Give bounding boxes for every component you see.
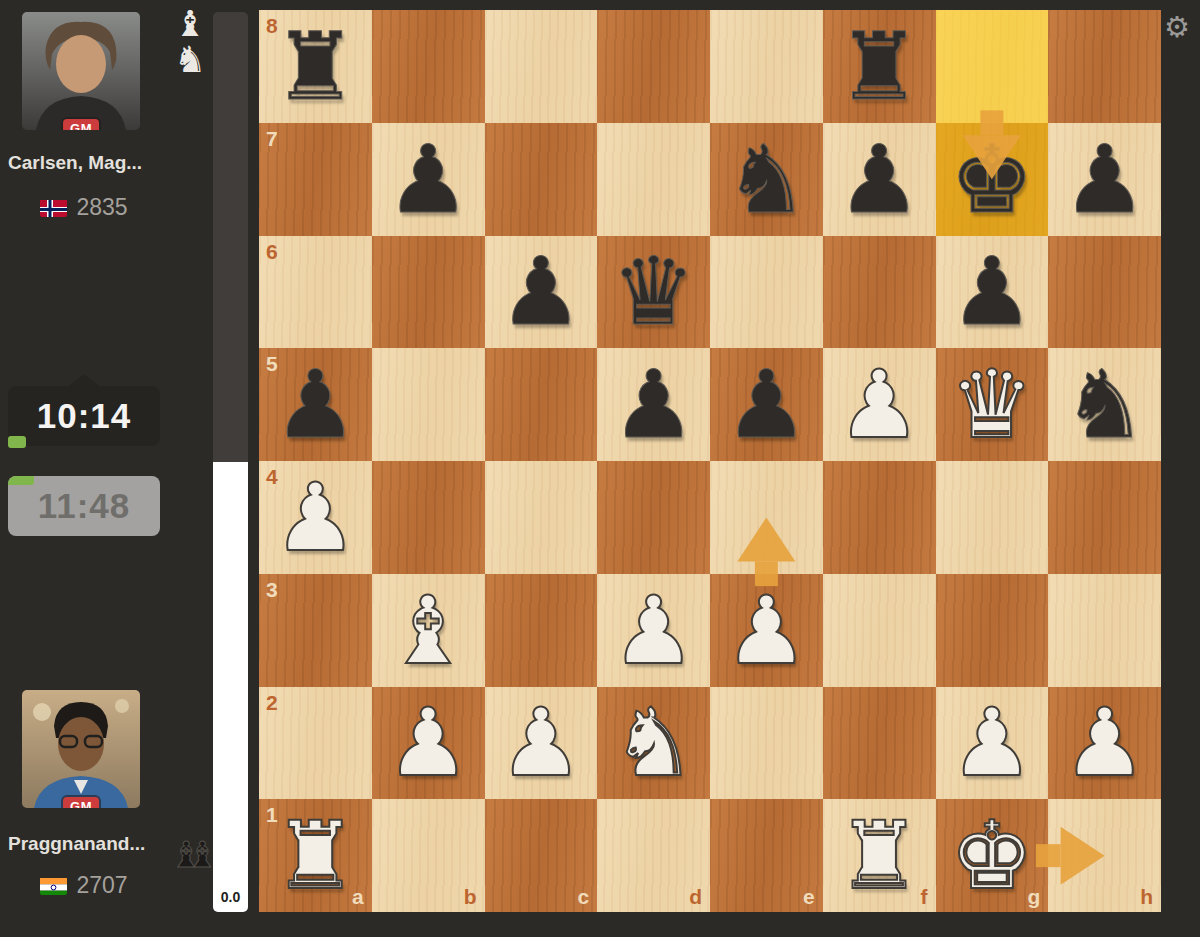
square-c3[interactable]: [485, 574, 598, 687]
square-e3[interactable]: ♟: [710, 574, 823, 687]
square-h4[interactable]: [1048, 461, 1161, 574]
chess-board: 8♜♜7♟♞♟♚♟6♟♛♟5♟♟♟♟♛♞4♟3♝♟♟2♟♟♞♟♟1a♜bcdef…: [259, 10, 1161, 912]
square-g7[interactable]: ♚: [936, 123, 1049, 236]
square-g8[interactable]: [936, 10, 1049, 123]
file-label-f: f: [921, 885, 928, 909]
square-g5[interactable]: ♛: [936, 348, 1049, 461]
square-c8[interactable]: [485, 10, 598, 123]
black-pawn-e5[interactable]: ♟: [710, 348, 823, 461]
square-c6[interactable]: ♟: [485, 236, 598, 349]
captured-pieces-top: ♝♞: [174, 6, 206, 78]
avatar-bottom-player[interactable]: GM: [22, 690, 140, 808]
captured-white-knight-icon: ♞: [174, 42, 206, 78]
square-f2[interactable]: [823, 687, 936, 800]
captured-white-bishop-icon: ♝: [174, 6, 206, 42]
square-g2[interactable]: ♟: [936, 687, 1049, 800]
white-pawn-f5[interactable]: ♟: [823, 348, 936, 461]
white-knight-d2[interactable]: ♞: [597, 687, 710, 800]
square-b8[interactable]: [372, 10, 485, 123]
square-e1[interactable]: e: [710, 799, 823, 912]
gm-badge-bottom: GM: [63, 797, 99, 808]
rank-label-6: 6: [266, 240, 278, 264]
india-flag-icon: [40, 876, 67, 895]
square-c4[interactable]: [485, 461, 598, 574]
square-f8[interactable]: ♜: [823, 10, 936, 123]
black-pawn-g6[interactable]: ♟: [936, 236, 1049, 349]
player-name-top[interactable]: Carlsen, Mag...: [8, 152, 208, 174]
square-e2[interactable]: [710, 687, 823, 800]
rank-label-7: 7: [266, 127, 278, 151]
square-d1[interactable]: d: [597, 799, 710, 912]
square-f5[interactable]: ♟: [823, 348, 936, 461]
avatar-top-photo: [22, 12, 140, 130]
square-d7[interactable]: [597, 123, 710, 236]
white-queen-g5[interactable]: ♛: [936, 348, 1049, 461]
rank-label-2: 2: [266, 691, 278, 715]
square-h8[interactable]: [1048, 10, 1161, 123]
square-g6[interactable]: ♟: [936, 236, 1049, 349]
clock-top-green-indicator: [8, 436, 26, 448]
square-e4[interactable]: [710, 461, 823, 574]
file-label-a: a: [352, 885, 364, 909]
clock-bottom-time: 11:48: [38, 486, 131, 526]
square-e7[interactable]: ♞: [710, 123, 823, 236]
white-pawn-d3[interactable]: ♟: [597, 574, 710, 687]
square-c5[interactable]: [485, 348, 598, 461]
captured-pieces-bottom: ♝♝: [170, 834, 219, 875]
file-label-g: g: [1027, 885, 1040, 909]
file-label-b: b: [464, 885, 477, 909]
square-g4[interactable]: [936, 461, 1049, 574]
square-g3[interactable]: [936, 574, 1049, 687]
square-c1[interactable]: c: [485, 799, 598, 912]
square-b4[interactable]: [372, 461, 485, 574]
gear-icon[interactable]: ⚙: [1164, 10, 1190, 44]
square-h6[interactable]: [1048, 236, 1161, 349]
black-pawn-b7[interactable]: ♟: [372, 123, 485, 236]
black-rook-f8[interactable]: ♜: [823, 10, 936, 123]
black-knight-h5[interactable]: ♞: [1048, 348, 1161, 461]
black-pawn-d5[interactable]: ♟: [597, 348, 710, 461]
rank-label-4: 4: [266, 465, 278, 489]
square-f4[interactable]: [823, 461, 936, 574]
clock-bottom-player: 11:48: [8, 476, 160, 536]
norway-flag-icon: [40, 198, 67, 217]
avatar-bottom-photo: [22, 690, 140, 808]
black-knight-e7[interactable]: ♞: [710, 123, 823, 236]
rating-row-top: 2835: [8, 194, 160, 221]
black-king-g7[interactable]: ♚: [936, 123, 1049, 236]
chess-game-app: GM ♝♞ Carlsen, Mag... 2835 10:14 11:48: [0, 0, 1200, 937]
square-e5[interactable]: ♟: [710, 348, 823, 461]
white-pawn-b2[interactable]: ♟: [372, 687, 485, 800]
evaluation-bar-white-half: [213, 462, 248, 912]
square-f6[interactable]: [823, 236, 936, 349]
white-pawn-g2[interactable]: ♟: [936, 687, 1049, 800]
square-d6[interactable]: ♛: [597, 236, 710, 349]
avatar-top-player[interactable]: GM: [22, 12, 140, 130]
white-pawn-e3[interactable]: ♟: [710, 574, 823, 687]
white-rook-f1[interactable]: ♜: [823, 799, 936, 912]
square-c2[interactable]: ♟: [485, 687, 598, 800]
clock-top-player: 10:14: [8, 386, 160, 446]
square-d2[interactable]: ♞: [597, 687, 710, 800]
rank-label-8: 8: [266, 14, 278, 38]
file-label-c: c: [578, 885, 590, 909]
white-pawn-h2[interactable]: ♟: [1048, 687, 1161, 800]
square-g1[interactable]: g♚: [936, 799, 1049, 912]
gm-badge-top: GM: [63, 119, 99, 130]
square-d3[interactable]: ♟: [597, 574, 710, 687]
square-a1[interactable]: 1a♜: [259, 799, 372, 912]
square-d4[interactable]: [597, 461, 710, 574]
white-pawn-c2[interactable]: ♟: [485, 687, 598, 800]
active-clock-pointer: [67, 374, 101, 387]
rank-label-3: 3: [266, 578, 278, 602]
square-a2[interactable]: 2: [259, 687, 372, 800]
black-pawn-c6[interactable]: ♟: [485, 236, 598, 349]
square-b2[interactable]: ♟: [372, 687, 485, 800]
square-h3[interactable]: [1048, 574, 1161, 687]
evaluation-value: 0.0: [213, 889, 248, 905]
black-pawn-h7[interactable]: ♟: [1048, 123, 1161, 236]
rank-label-5: 5: [266, 352, 278, 376]
square-d5[interactable]: ♟: [597, 348, 710, 461]
square-a5[interactable]: 5♟: [259, 348, 372, 461]
square-a4[interactable]: 4♟: [259, 461, 372, 574]
square-f1[interactable]: f♜: [823, 799, 936, 912]
black-queen-d6[interactable]: ♛: [597, 236, 710, 349]
square-b3[interactable]: ♝: [372, 574, 485, 687]
square-h2[interactable]: ♟: [1048, 687, 1161, 800]
square-e6[interactable]: [710, 236, 823, 349]
rank-label-1: 1: [266, 803, 278, 827]
file-label-d: d: [689, 885, 702, 909]
file-label-h: h: [1140, 885, 1153, 909]
evaluation-bar: 0.0: [213, 12, 248, 912]
square-h7[interactable]: ♟: [1048, 123, 1161, 236]
square-b7[interactable]: ♟: [372, 123, 485, 236]
square-f3[interactable]: [823, 574, 936, 687]
square-a7[interactable]: 7: [259, 123, 372, 236]
square-b1[interactable]: b: [372, 799, 485, 912]
square-e8[interactable]: [710, 10, 823, 123]
square-h1[interactable]: h: [1048, 799, 1161, 912]
black-pawn-f7[interactable]: ♟: [823, 123, 936, 236]
square-f7[interactable]: ♟: [823, 123, 936, 236]
clock-top-time: 10:14: [37, 396, 132, 436]
white-bishop-b3[interactable]: ♝: [372, 574, 485, 687]
square-h5[interactable]: ♞: [1048, 348, 1161, 461]
rating-row-bottom: 2707: [8, 872, 160, 899]
square-a6[interactable]: 6: [259, 236, 372, 349]
square-a3[interactable]: 3: [259, 574, 372, 687]
square-d8[interactable]: [597, 10, 710, 123]
square-b6[interactable]: [372, 236, 485, 349]
square-c7[interactable]: [485, 123, 598, 236]
rating-top: 2835: [76, 194, 127, 221]
clock-bottom-green-indicator: [8, 476, 34, 485]
square-b5[interactable]: [372, 348, 485, 461]
file-label-e: e: [803, 885, 815, 909]
rating-bottom: 2707: [76, 872, 127, 899]
square-a8[interactable]: 8♜: [259, 10, 372, 123]
